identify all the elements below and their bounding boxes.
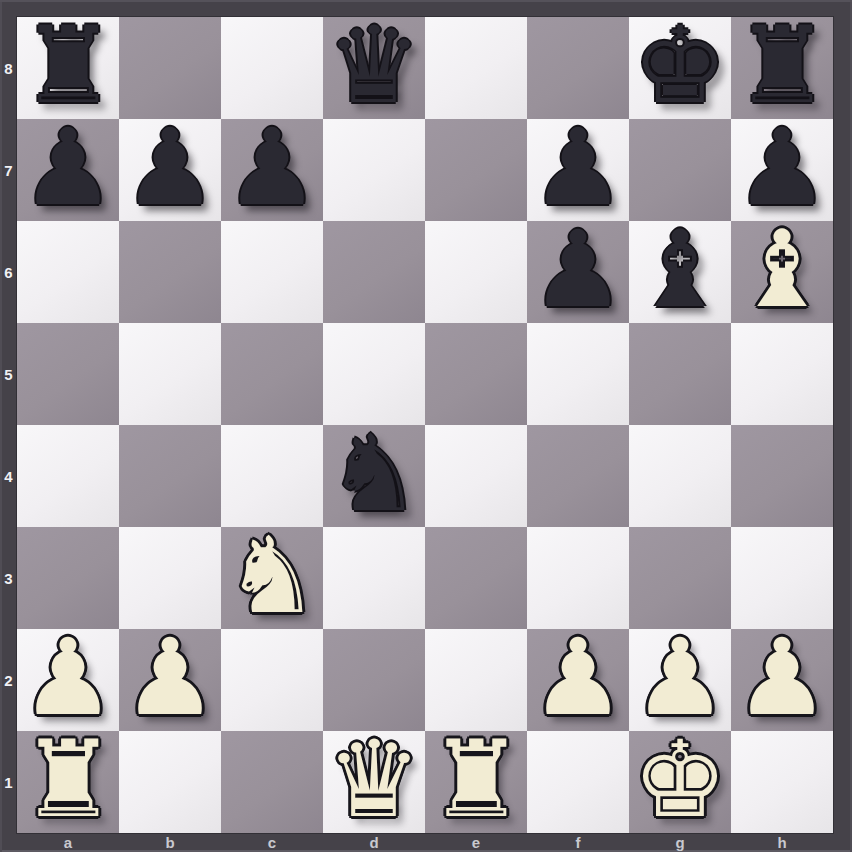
square-a4[interactable]: [17, 425, 119, 527]
square-e2[interactable]: [425, 629, 527, 731]
square-e6[interactable]: [425, 221, 527, 323]
piece-black-knight-d4[interactable]: ♞: [326, 423, 421, 525]
square-d7[interactable]: [323, 119, 425, 221]
rank-label-5: 5: [0, 323, 17, 425]
square-a6[interactable]: [17, 221, 119, 323]
square-b8[interactable]: [119, 17, 221, 119]
piece-black-pawn-c7[interactable]: ♟: [224, 117, 319, 219]
piece-white-rook-e1[interactable]: ♜: [428, 729, 523, 831]
square-c7[interactable]: ♟: [221, 119, 323, 221]
square-h2[interactable]: ♟: [731, 629, 833, 731]
piece-black-pawn-a7[interactable]: ♟: [20, 117, 115, 219]
rank-label-7: 7: [0, 119, 17, 221]
piece-white-pawn-a2[interactable]: ♟: [20, 627, 115, 729]
piece-white-pawn-h2[interactable]: ♟: [734, 627, 829, 729]
square-f6[interactable]: ♟: [527, 221, 629, 323]
piece-white-knight-c3[interactable]: ♞: [224, 525, 319, 627]
file-label-d: d: [323, 833, 425, 852]
square-g3[interactable]: [629, 527, 731, 629]
square-d5[interactable]: [323, 323, 425, 425]
square-a5[interactable]: [17, 323, 119, 425]
square-h7[interactable]: ♟: [731, 119, 833, 221]
square-d6[interactable]: [323, 221, 425, 323]
square-h8[interactable]: ♜: [731, 17, 833, 119]
square-b2[interactable]: ♟: [119, 629, 221, 731]
file-label-f: f: [527, 833, 629, 852]
piece-black-bishop-g6[interactable]: ♝: [632, 219, 727, 321]
piece-white-queen-d1[interactable]: ♛: [326, 729, 421, 831]
square-f5[interactable]: [527, 323, 629, 425]
square-a3[interactable]: [17, 527, 119, 629]
rank-label-8: 8: [0, 17, 17, 119]
square-a8[interactable]: ♜: [17, 17, 119, 119]
square-h3[interactable]: [731, 527, 833, 629]
file-label-e: e: [425, 833, 527, 852]
file-label-a: a: [17, 833, 119, 852]
square-g7[interactable]: [629, 119, 731, 221]
square-g5[interactable]: [629, 323, 731, 425]
file-label-h: h: [731, 833, 833, 852]
chess-board-frame: ♜♛♚♜♟♟♟♟♟♟♝♝♞♞♟♟♟♟♟♜♛♜♚ 87654321 abcdefg…: [0, 0, 852, 852]
square-d2[interactable]: [323, 629, 425, 731]
square-e5[interactable]: [425, 323, 527, 425]
piece-white-king-g1[interactable]: ♚: [632, 729, 727, 831]
file-label-b: b: [119, 833, 221, 852]
square-b1[interactable]: [119, 731, 221, 833]
piece-black-queen-d8[interactable]: ♛: [326, 15, 421, 117]
piece-white-rook-a1[interactable]: ♜: [20, 729, 115, 831]
square-f4[interactable]: [527, 425, 629, 527]
rank-label-1: 1: [0, 731, 17, 833]
square-e4[interactable]: [425, 425, 527, 527]
square-d1[interactable]: ♛: [323, 731, 425, 833]
square-h4[interactable]: [731, 425, 833, 527]
chess-board: ♜♛♚♜♟♟♟♟♟♟♝♝♞♞♟♟♟♟♟♜♛♜♚: [17, 17, 833, 833]
square-a7[interactable]: ♟: [17, 119, 119, 221]
square-e8[interactable]: [425, 17, 527, 119]
square-d4[interactable]: ♞: [323, 425, 425, 527]
piece-black-pawn-h7[interactable]: ♟: [734, 117, 829, 219]
square-a2[interactable]: ♟: [17, 629, 119, 731]
square-f7[interactable]: ♟: [527, 119, 629, 221]
piece-black-rook-h8[interactable]: ♜: [734, 15, 829, 117]
square-d8[interactable]: ♛: [323, 17, 425, 119]
square-f2[interactable]: ♟: [527, 629, 629, 731]
square-g6[interactable]: ♝: [629, 221, 731, 323]
piece-white-pawn-b2[interactable]: ♟: [122, 627, 217, 729]
square-e3[interactable]: [425, 527, 527, 629]
rank-label-3: 3: [0, 527, 17, 629]
square-a1[interactable]: ♜: [17, 731, 119, 833]
file-label-c: c: [221, 833, 323, 852]
square-e7[interactable]: [425, 119, 527, 221]
square-f3[interactable]: [527, 527, 629, 629]
square-c1[interactable]: [221, 731, 323, 833]
square-g8[interactable]: ♚: [629, 17, 731, 119]
square-f8[interactable]: [527, 17, 629, 119]
square-b6[interactable]: [119, 221, 221, 323]
square-h6[interactable]: ♝: [731, 221, 833, 323]
square-c3[interactable]: ♞: [221, 527, 323, 629]
square-g2[interactable]: ♟: [629, 629, 731, 731]
piece-white-bishop-h6[interactable]: ♝: [734, 219, 829, 321]
square-b4[interactable]: [119, 425, 221, 527]
rank-label-6: 6: [0, 221, 17, 323]
piece-white-pawn-f2[interactable]: ♟: [530, 627, 625, 729]
square-g1[interactable]: ♚: [629, 731, 731, 833]
piece-black-pawn-f7[interactable]: ♟: [530, 117, 625, 219]
square-e1[interactable]: ♜: [425, 731, 527, 833]
square-c4[interactable]: [221, 425, 323, 527]
rank-label-4: 4: [0, 425, 17, 527]
piece-black-pawn-b7[interactable]: ♟: [122, 117, 217, 219]
square-b5[interactable]: [119, 323, 221, 425]
square-b3[interactable]: [119, 527, 221, 629]
square-c8[interactable]: [221, 17, 323, 119]
square-c5[interactable]: [221, 323, 323, 425]
square-g4[interactable]: [629, 425, 731, 527]
piece-white-pawn-g2[interactable]: ♟: [632, 627, 727, 729]
square-b7[interactable]: ♟: [119, 119, 221, 221]
square-h5[interactable]: [731, 323, 833, 425]
square-c6[interactable]: [221, 221, 323, 323]
square-d3[interactable]: [323, 527, 425, 629]
square-h1[interactable]: [731, 731, 833, 833]
piece-black-rook-a8[interactable]: ♜: [20, 15, 115, 117]
piece-black-pawn-f6[interactable]: ♟: [530, 219, 625, 321]
square-c2[interactable]: [221, 629, 323, 731]
square-f1[interactable]: [527, 731, 629, 833]
rank-label-2: 2: [0, 629, 17, 731]
piece-black-king-g8[interactable]: ♚: [632, 15, 727, 117]
file-label-g: g: [629, 833, 731, 852]
